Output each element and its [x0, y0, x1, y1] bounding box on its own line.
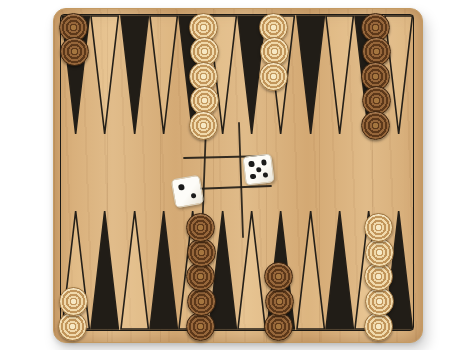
- top-point-4[interactable]: [149, 15, 178, 135]
- top-point-triangle-3: [121, 16, 148, 134]
- die-1-showing-2[interactable]: [170, 174, 204, 208]
- die-pip: [262, 172, 268, 178]
- checker-dark-bottom-p6-2[interactable]: [187, 287, 216, 316]
- top-point-triangle-2: [91, 16, 118, 134]
- bottom-point-4[interactable]: [149, 210, 178, 330]
- backgammon-board: [53, 8, 423, 343]
- top-point-3[interactable]: [120, 15, 149, 135]
- checker-light-top-p8-3[interactable]: [259, 62, 288, 91]
- die-pip: [190, 192, 196, 198]
- checker-light-bottom-p12-4[interactable]: [365, 238, 394, 267]
- checker-dark-bottom-p8-3[interactable]: [264, 262, 293, 291]
- bottom-point-3[interactable]: [120, 210, 149, 330]
- bottom-point-triangle-2: [91, 211, 118, 329]
- die-pip: [261, 159, 267, 165]
- bottom-point-triangle-7: [238, 211, 265, 329]
- top-point-triangle-10: [326, 16, 353, 134]
- top-point-triangle-9: [297, 16, 324, 134]
- checker-light-top-p6-5[interactable]: [189, 111, 218, 140]
- die-pip: [178, 183, 184, 189]
- bottom-point-10[interactable]: [325, 210, 354, 330]
- checker-light-bottom-p12-2[interactable]: [365, 287, 394, 316]
- bottom-point-triangle-9: [297, 211, 324, 329]
- checker-light-bottom-p12-5[interactable]: [364, 213, 393, 242]
- bottom-point-triangle-3: [121, 211, 148, 329]
- die-pip: [248, 160, 254, 166]
- bottom-point-triangle-10: [326, 211, 353, 329]
- top-point-2[interactable]: [90, 15, 119, 135]
- checker-dark-top-p12-5[interactable]: [361, 111, 390, 140]
- top-point-9[interactable]: [296, 15, 325, 135]
- bottom-point-2[interactable]: [90, 210, 119, 330]
- photo-background: [0, 0, 468, 350]
- checker-dark-bottom-p6-4[interactable]: [187, 238, 216, 267]
- checker-dark-bottom-p8-2[interactable]: [265, 287, 294, 316]
- top-point-triangle-4: [150, 16, 177, 134]
- checker-light-bottom-p1-2[interactable]: [59, 287, 88, 316]
- bottom-point-9[interactable]: [296, 210, 325, 330]
- bottom-point-7[interactable]: [237, 210, 266, 330]
- bottom-points-row: [61, 210, 413, 330]
- checker-dark-bottom-p6-5[interactable]: [186, 213, 215, 242]
- die-pip: [255, 166, 261, 172]
- die-pip: [249, 173, 255, 179]
- top-point-10[interactable]: [325, 15, 354, 135]
- bottom-point-triangle-4: [150, 211, 177, 329]
- die-2-showing-5[interactable]: [242, 153, 274, 185]
